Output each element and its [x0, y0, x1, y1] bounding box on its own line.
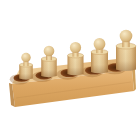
- knob-ball: [21, 53, 30, 62]
- cylinder-base-shading: [41, 59, 57, 77]
- cylinder-base-shading: [68, 56, 84, 76]
- cylinder-base-shading: [91, 52, 108, 73]
- cylinder-block-scene: [0, 0, 140, 140]
- knob-ball: [120, 30, 133, 43]
- cylinder-base-shading: [116, 46, 136, 71]
- knob-ball: [70, 42, 81, 53]
- product-photo: [0, 0, 140, 140]
- knob-ball: [44, 46, 55, 57]
- knob-ball: [94, 38, 106, 50]
